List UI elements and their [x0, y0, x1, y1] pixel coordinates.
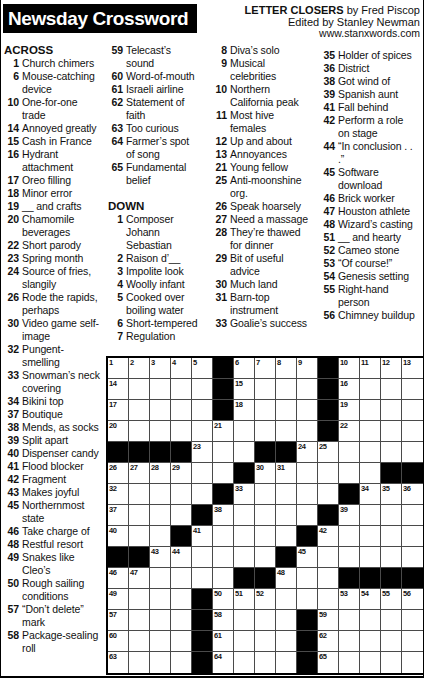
cell-r14c15[interactable] — [402, 631, 423, 652]
cell-r11c11[interactable] — [318, 568, 339, 589]
cell-r1c3[interactable]: 3 — [150, 358, 171, 379]
cell-r5c10[interactable]: 24 — [297, 442, 318, 463]
clue-column-3: 8Diva’s solo9Musical celebrities10Northe… — [212, 44, 312, 330]
cell-r3c14[interactable] — [381, 400, 402, 421]
clue-across-49: 49Snakes like Cleo’s — [4, 551, 101, 577]
clue-text: Software download — [338, 166, 416, 192]
cell-r11c6[interactable] — [213, 568, 234, 589]
cell-number: 57 — [109, 610, 117, 619]
cell-r11c4[interactable] — [171, 568, 192, 589]
cell-r3c10[interactable] — [297, 400, 318, 421]
cell-r1c9[interactable]: 8 — [276, 358, 297, 379]
clue-number: 14 — [4, 122, 19, 135]
cell-r4c7[interactable] — [234, 421, 255, 442]
clue-text: Right-hand person — [338, 283, 416, 309]
cell-r14c1[interactable]: 60 — [108, 631, 129, 652]
cell-r10c3[interactable]: 43 — [150, 547, 171, 568]
cell-r3c4[interactable] — [171, 400, 192, 421]
cell-r10c15[interactable] — [402, 547, 423, 568]
cell-r6c6[interactable] — [213, 463, 234, 484]
clue-number: 35 — [320, 49, 335, 62]
cell-r6c9[interactable]: 31 — [276, 463, 297, 484]
cell-r14c7[interactable] — [234, 631, 255, 652]
cell-r4c13[interactable] — [360, 421, 381, 442]
cell-number: 28 — [151, 463, 159, 472]
cell-r15c8[interactable] — [255, 652, 276, 673]
cell-r15c11[interactable]: 65 — [318, 652, 339, 673]
cell-r1c8[interactable]: 7 — [255, 358, 276, 379]
cell-r12c6[interactable]: 50 — [213, 589, 234, 610]
cell-r12c15[interactable]: 56 — [402, 589, 423, 610]
cell-r7c5[interactable] — [192, 484, 213, 505]
clue-across-60: 60Word-of-mouth — [108, 70, 200, 83]
cell-r9c1[interactable]: 40 — [108, 526, 129, 547]
cell-r15c1[interactable]: 63 — [108, 652, 129, 673]
cell-r10c5[interactable] — [192, 547, 213, 568]
clue-down-25: 25Anti-moonshine org. — [212, 174, 312, 200]
cell-r3c3[interactable] — [150, 400, 171, 421]
cell-r9c13[interactable] — [360, 526, 381, 547]
cell-r3c5[interactable] — [192, 400, 213, 421]
cell-r8c8[interactable] — [255, 505, 276, 526]
cell-r7c11[interactable] — [318, 484, 339, 505]
clue-text: Houston athlete — [338, 205, 416, 218]
cell-r6c13[interactable] — [360, 463, 381, 484]
cell-r9c6[interactable] — [213, 526, 234, 547]
cell-r9c5[interactable]: 41 — [192, 526, 213, 547]
cell-r14c9[interactable] — [276, 631, 297, 652]
black-cell-r5c1 — [108, 442, 129, 463]
cell-r3c8[interactable] — [255, 400, 276, 421]
cell-r12c9[interactable] — [276, 589, 297, 610]
clue-number: 13 — [212, 148, 227, 161]
cell-r2c15[interactable] — [402, 379, 423, 400]
cell-r10c8[interactable] — [255, 547, 276, 568]
cell-r7c13[interactable]: 34 — [360, 484, 381, 505]
cell-r11c10[interactable] — [297, 568, 318, 589]
clue-number: 46 — [4, 525, 19, 538]
black-cell-r6c15 — [402, 463, 423, 484]
clue-text: “Don’t delete” mark — [22, 603, 101, 629]
cell-r4c1[interactable]: 20 — [108, 421, 129, 442]
cell-r14c13[interactable] — [360, 631, 381, 652]
clue-text: Restful resort — [22, 538, 101, 551]
cell-r8c6[interactable]: 38 — [213, 505, 234, 526]
clue-across-6: 6Mouse-catching device — [4, 70, 101, 96]
cell-r5c5[interactable]: 23 — [192, 442, 213, 463]
clue-number: 56 — [320, 309, 335, 322]
cell-r1c7[interactable]: 6 — [234, 358, 255, 379]
cell-r7c10[interactable] — [297, 484, 318, 505]
clue-text: Minor error — [22, 187, 101, 200]
cell-r4c6[interactable]: 21 — [213, 421, 234, 442]
cell-r13c1[interactable]: 57 — [108, 610, 129, 631]
cell-r7c15[interactable]: 36 — [402, 484, 423, 505]
cell-r5c13[interactable] — [360, 442, 381, 463]
clue-number: 42 — [320, 114, 335, 140]
clue-text: “In conclusion . . .” — [338, 140, 416, 166]
clue-number: 25 — [212, 174, 227, 200]
cell-r1c13[interactable]: 11 — [360, 358, 381, 379]
cell-r12c8[interactable]: 52 — [255, 589, 276, 610]
clue-number: 26 — [4, 291, 19, 317]
clue-number: 10 — [212, 83, 227, 109]
cell-r3c9[interactable] — [276, 400, 297, 421]
cell-r13c14[interactable] — [381, 610, 402, 631]
clue-number: 20 — [4, 213, 19, 239]
cell-r5c7[interactable] — [234, 442, 255, 463]
cell-r6c2[interactable]: 27 — [129, 463, 150, 484]
clue-number: 52 — [320, 244, 335, 257]
cell-r10c13[interactable] — [360, 547, 381, 568]
cell-r10c14[interactable] — [381, 547, 402, 568]
clue-down-45: 45Software download — [320, 166, 416, 192]
cell-r3c7[interactable]: 18 — [234, 400, 255, 421]
black-cell-r11c15 — [402, 568, 423, 589]
cell-number: 29 — [172, 463, 180, 472]
cell-r6c8[interactable]: 30 — [255, 463, 276, 484]
cell-r15c14[interactable] — [381, 652, 402, 673]
cell-number: 41 — [193, 526, 201, 535]
clue-across-43: 43Makes joyful — [4, 486, 101, 499]
masthead: Newsday Crossword — [3, 4, 197, 33]
clue-across-19: 19__ and crafts — [4, 200, 101, 213]
cell-r13c2[interactable] — [129, 610, 150, 631]
cell-r4c14[interactable] — [381, 421, 402, 442]
cell-r6c10[interactable] — [297, 463, 318, 484]
cell-r12c7[interactable]: 51 — [234, 589, 255, 610]
cell-r2c3[interactable] — [150, 379, 171, 400]
cell-r1c12[interactable]: 10 — [339, 358, 360, 379]
cell-r4c3[interactable] — [150, 421, 171, 442]
cell-r3c13[interactable] — [360, 400, 381, 421]
cell-r12c10[interactable] — [297, 589, 318, 610]
cell-r8c12[interactable]: 39 — [339, 505, 360, 526]
clue-across-63: 63Too curious — [108, 122, 200, 135]
clue-number: 59 — [108, 44, 123, 70]
cell-r6c5[interactable] — [192, 463, 213, 484]
down-heading: DOWN — [108, 200, 200, 213]
cell-r8c10[interactable] — [297, 505, 318, 526]
cell-number: 40 — [109, 526, 117, 535]
cell-number: 24 — [298, 442, 306, 451]
cell-r15c9[interactable] — [276, 652, 297, 673]
cell-r4c4[interactable] — [171, 421, 192, 442]
publication-info: LETTER CLOSERSby Fred Piscop Edited by S… — [245, 5, 420, 40]
cell-r8c2[interactable] — [129, 505, 150, 526]
cell-r12c11[interactable] — [318, 589, 339, 610]
clue-number: 45 — [4, 499, 19, 525]
cell-r9c9[interactable] — [276, 526, 297, 547]
cell-r15c15[interactable] — [402, 652, 423, 673]
cell-r7c14[interactable]: 35 — [381, 484, 402, 505]
cell-number: 38 — [214, 505, 222, 514]
clue-number: 63 — [108, 122, 123, 135]
clue-number: 2 — [108, 252, 123, 265]
cell-r6c1[interactable]: 26 — [108, 463, 129, 484]
cell-r4c12[interactable]: 22 — [339, 421, 360, 442]
clue-across-64: 64Farmer’s spot of song — [108, 135, 200, 161]
cell-r2c8[interactable] — [255, 379, 276, 400]
cell-r4c15[interactable] — [402, 421, 423, 442]
cell-r2c7[interactable]: 15 — [234, 379, 255, 400]
cell-r11c1[interactable]: 46 — [108, 568, 129, 589]
clue-text: Speak hoarsely — [230, 200, 312, 213]
cell-r13c13[interactable] — [360, 610, 381, 631]
cell-r2c13[interactable] — [360, 379, 381, 400]
cell-r2c5[interactable] — [192, 379, 213, 400]
cell-r9c11[interactable]: 42 — [318, 526, 339, 547]
clue-across-24: 24Source of fries, slangily — [4, 265, 101, 291]
cell-r3c15[interactable] — [402, 400, 423, 421]
clue-text: Take charge of — [22, 525, 101, 538]
clue-number: 9 — [212, 57, 227, 83]
cell-r1c5[interactable]: 5 — [192, 358, 213, 379]
clue-text: Got wind of — [338, 75, 416, 88]
cell-number: 43 — [151, 547, 159, 556]
clue-text: Rode the rapids, perhaps — [22, 291, 101, 317]
cell-r13c3[interactable] — [150, 610, 171, 631]
black-cell-r2c11 — [318, 379, 339, 400]
cell-r4c10[interactable] — [297, 421, 318, 442]
clue-down-11: 11Most hive females — [212, 109, 312, 135]
cell-r7c8[interactable] — [255, 484, 276, 505]
cell-r6c4[interactable]: 29 — [171, 463, 192, 484]
cell-r11c9[interactable]: 48 — [276, 568, 297, 589]
cell-r9c3[interactable] — [150, 526, 171, 547]
cell-r13c9[interactable] — [276, 610, 297, 631]
cell-r7c7[interactable]: 33 — [234, 484, 255, 505]
cell-r12c13[interactable]: 54 — [360, 589, 381, 610]
cell-r12c1[interactable]: 49 — [108, 589, 129, 610]
cell-r1c4[interactable]: 4 — [171, 358, 192, 379]
cell-r13c7[interactable] — [234, 610, 255, 631]
cell-r1c14[interactable]: 12 — [381, 358, 402, 379]
cell-r11c3[interactable] — [150, 568, 171, 589]
clue-number: 53 — [320, 257, 335, 270]
cell-r5c14[interactable] — [381, 442, 402, 463]
cell-r5c12[interactable] — [339, 442, 360, 463]
cell-r9c8[interactable] — [255, 526, 276, 547]
clue-text: Impolite look — [126, 265, 200, 278]
cell-r8c4[interactable] — [171, 505, 192, 526]
black-cell-r8c5 — [192, 505, 213, 526]
cell-r13c4[interactable] — [171, 610, 192, 631]
cell-r12c4[interactable] — [171, 589, 192, 610]
cell-number: 64 — [214, 652, 222, 661]
cell-r8c1[interactable]: 37 — [108, 505, 129, 526]
clue-across-22: 22Short parody — [4, 239, 101, 252]
black-cell-r2c6 — [213, 379, 234, 400]
clue-number: 1 — [4, 57, 19, 70]
cell-r14c11[interactable]: 62 — [318, 631, 339, 652]
clue-number: 5 — [108, 291, 123, 317]
cell-r10c4[interactable]: 44 — [171, 547, 192, 568]
cell-r5c6[interactable] — [213, 442, 234, 463]
cell-r10c7[interactable] — [234, 547, 255, 568]
clue-number: 41 — [320, 101, 335, 114]
clue-text: Boutique — [22, 408, 101, 421]
cell-r5c11[interactable]: 25 — [318, 442, 339, 463]
black-cell-r1c6 — [213, 358, 234, 379]
clue-column-4: 35Holder of spices36District38Got wind o… — [320, 49, 416, 322]
clue-across-23: 23Spring month — [4, 252, 101, 265]
clue-text: Israeli airline — [126, 83, 200, 96]
clue-text: Fundamental belief — [126, 161, 200, 187]
cell-number: 25 — [319, 442, 327, 451]
cell-r15c12[interactable] — [339, 652, 360, 673]
clue-down-30: 30Much land — [212, 278, 312, 291]
cell-r14c12[interactable] — [339, 631, 360, 652]
cell-r12c14[interactable]: 55 — [381, 589, 402, 610]
cell-number: 62 — [319, 631, 327, 640]
cell-r1c1[interactable]: 1 — [108, 358, 129, 379]
clue-number: 30 — [4, 317, 19, 343]
cell-r7c1[interactable]: 32 — [108, 484, 129, 505]
cell-r6c12[interactable] — [339, 463, 360, 484]
cell-r7c3[interactable] — [150, 484, 171, 505]
cell-r12c2[interactable] — [129, 589, 150, 610]
black-cell-r8c11 — [318, 505, 339, 526]
cell-r8c9[interactable] — [276, 505, 297, 526]
cell-r7c4[interactable] — [171, 484, 192, 505]
cell-r14c4[interactable] — [171, 631, 192, 652]
cell-r14c14[interactable] — [381, 631, 402, 652]
clue-number: 19 — [4, 200, 19, 213]
clue-text: District — [338, 62, 416, 75]
cell-r4c5[interactable] — [192, 421, 213, 442]
cell-r8c15[interactable] — [402, 505, 423, 526]
cell-number: 33 — [235, 484, 243, 493]
cell-r15c13[interactable] — [360, 652, 381, 673]
cell-number: 27 — [130, 463, 138, 472]
clue-text: Short parody — [22, 239, 101, 252]
cell-r4c9[interactable] — [276, 421, 297, 442]
cell-r13c6[interactable]: 58 — [213, 610, 234, 631]
clue-number: 42 — [4, 473, 19, 486]
clue-number: 1 — [108, 213, 123, 252]
cell-r10c11[interactable] — [318, 547, 339, 568]
black-cell-r3c11 — [318, 400, 339, 421]
clue-number: 33 — [212, 317, 227, 330]
clue-across-61: 61Israeli airline — [108, 83, 200, 96]
cell-r13c12[interactable] — [339, 610, 360, 631]
cell-number: 61 — [214, 631, 222, 640]
clue-number: 12 — [212, 135, 227, 148]
cell-r1c15[interactable]: 13 — [402, 358, 423, 379]
cell-number: 46 — [109, 568, 117, 577]
cell-r15c7[interactable] — [234, 652, 255, 673]
cell-r3c2[interactable] — [129, 400, 150, 421]
clue-text: Young fellow — [230, 161, 312, 174]
clue-number: 48 — [4, 538, 19, 551]
cell-r13c15[interactable] — [402, 610, 423, 631]
cell-r11c5[interactable] — [192, 568, 213, 589]
clue-across-18: 18Minor error — [4, 187, 101, 200]
cell-r1c2[interactable]: 2 — [129, 358, 150, 379]
cell-r10c6[interactable] — [213, 547, 234, 568]
cell-r14c8[interactable] — [255, 631, 276, 652]
cell-r2c1[interactable]: 14 — [108, 379, 129, 400]
cell-r6c11[interactable] — [318, 463, 339, 484]
cell-r2c10[interactable] — [297, 379, 318, 400]
clue-across-41: 41Flood blocker — [4, 460, 101, 473]
cell-r1c10[interactable]: 9 — [297, 358, 318, 379]
cell-r7c2[interactable] — [129, 484, 150, 505]
cell-r8c13[interactable] — [360, 505, 381, 526]
clue-down-12: 12Up and about — [212, 135, 312, 148]
clue-number: 62 — [108, 96, 123, 122]
cell-r12c12[interactable]: 53 — [339, 589, 360, 610]
cell-r9c15[interactable] — [402, 526, 423, 547]
clue-number: 38 — [320, 75, 335, 88]
clue-number: 24 — [4, 265, 19, 291]
cell-r9c7[interactable] — [234, 526, 255, 547]
cell-r8c14[interactable] — [381, 505, 402, 526]
cell-r7c9[interactable] — [276, 484, 297, 505]
clue-down-38: 38Got wind of — [320, 75, 416, 88]
cell-r8c7[interactable] — [234, 505, 255, 526]
clue-across-15: 15Cash in France — [4, 135, 101, 148]
cell-r5c15[interactable] — [402, 442, 423, 463]
black-cell-r4c11 — [318, 421, 339, 442]
puzzle-title: LETTER CLOSERS — [245, 4, 344, 16]
clue-text: Perform a role on stage — [338, 114, 416, 140]
cell-r10c10[interactable]: 45 — [297, 547, 318, 568]
cell-r13c8[interactable] — [255, 610, 276, 631]
clue-across-42: 42Fragment — [4, 473, 101, 486]
cell-r9c14[interactable] — [381, 526, 402, 547]
clue-text: Spring month — [22, 252, 101, 265]
cell-r2c9[interactable] — [276, 379, 297, 400]
clue-number: 7 — [108, 330, 123, 343]
cell-r12c3[interactable] — [150, 589, 171, 610]
cell-r10c12[interactable] — [339, 547, 360, 568]
cell-r4c8[interactable] — [255, 421, 276, 442]
cell-r13c11[interactable]: 59 — [318, 610, 339, 631]
cell-number: 32 — [109, 484, 117, 493]
cell-r6c3[interactable]: 28 — [150, 463, 171, 484]
clue-number: 36 — [320, 62, 335, 75]
cell-r4c2[interactable] — [129, 421, 150, 442]
cell-r9c2[interactable] — [129, 526, 150, 547]
black-cell-r14c10 — [297, 631, 318, 652]
cell-r2c4[interactable] — [171, 379, 192, 400]
cell-r14c6[interactable]: 61 — [213, 631, 234, 652]
cell-r11c2[interactable]: 47 — [129, 568, 150, 589]
cell-number: 56 — [403, 589, 411, 598]
clue-across-62: 62Statement of faith — [108, 96, 200, 122]
cell-r3c1[interactable]: 17 — [108, 400, 129, 421]
cell-r15c6[interactable]: 64 — [213, 652, 234, 673]
cell-r15c3[interactable] — [150, 652, 171, 673]
cell-r9c12[interactable] — [339, 526, 360, 547]
cell-r2c2[interactable] — [129, 379, 150, 400]
cell-r2c14[interactable] — [381, 379, 402, 400]
cell-r15c4[interactable] — [171, 652, 192, 673]
clue-number: 47 — [320, 205, 335, 218]
cell-number: 31 — [277, 463, 285, 472]
cell-r15c2[interactable] — [129, 652, 150, 673]
clue-text: Chimney buildup — [338, 309, 416, 322]
cell-r2c12[interactable]: 16 — [339, 379, 360, 400]
cell-r3c12[interactable]: 19 — [339, 400, 360, 421]
cell-r14c2[interactable] — [129, 631, 150, 652]
cell-r14c3[interactable] — [150, 631, 171, 652]
clue-text: One-for-one trade — [22, 96, 101, 122]
cell-r8c3[interactable] — [150, 505, 171, 526]
cell-number: 60 — [109, 631, 117, 640]
